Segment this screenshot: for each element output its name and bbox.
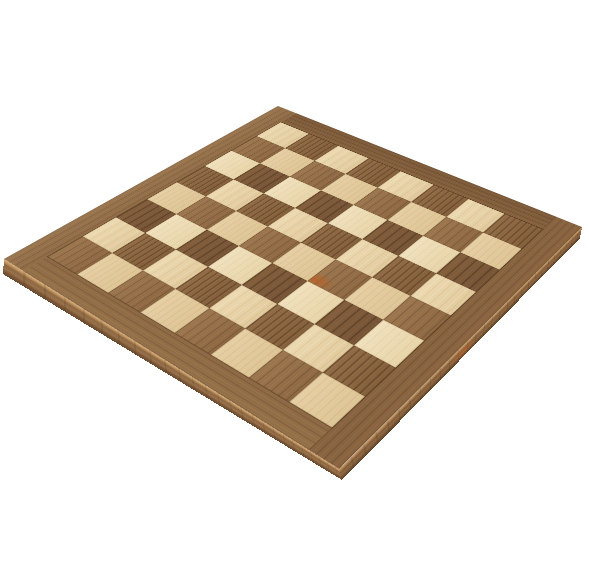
chessboard-product-photo — [0, 0, 589, 562]
chessboard-top-face — [4, 106, 582, 469]
board-grid — [48, 122, 543, 427]
